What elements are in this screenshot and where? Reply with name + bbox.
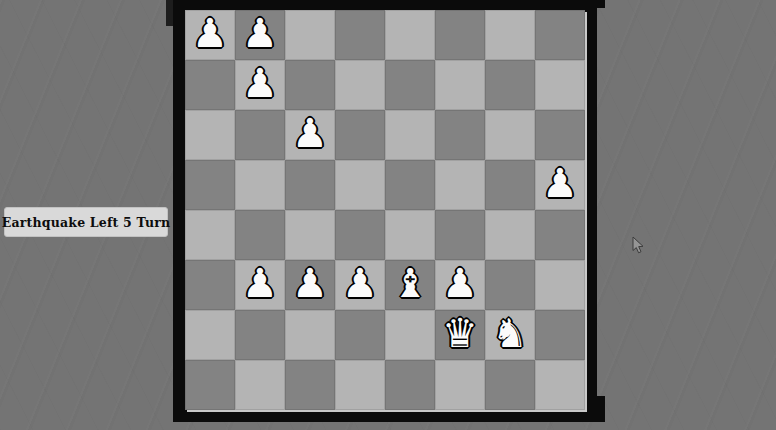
square-d8[interactable] bbox=[335, 10, 385, 60]
chess-board: ♟♟♟♟♟♟♟♟♝♟♛♞ bbox=[185, 10, 585, 410]
square-a2[interactable] bbox=[185, 310, 235, 360]
square-d5[interactable] bbox=[335, 160, 385, 210]
square-c2[interactable] bbox=[285, 310, 335, 360]
square-f7[interactable] bbox=[435, 60, 485, 110]
square-f3[interactable]: ♟ bbox=[435, 260, 485, 310]
square-e2[interactable] bbox=[385, 310, 435, 360]
square-h7[interactable] bbox=[535, 60, 585, 110]
square-b6[interactable] bbox=[235, 110, 285, 160]
frame-corner-step-top-right bbox=[597, 0, 605, 8]
square-g5[interactable] bbox=[485, 160, 535, 210]
square-g8[interactable] bbox=[485, 10, 535, 60]
square-a7[interactable] bbox=[185, 60, 235, 110]
square-a4[interactable] bbox=[185, 210, 235, 260]
square-h8[interactable] bbox=[535, 10, 585, 60]
square-c5[interactable] bbox=[285, 160, 335, 210]
square-a1[interactable] bbox=[185, 360, 235, 410]
square-h4[interactable] bbox=[535, 210, 585, 260]
square-d3[interactable]: ♟ bbox=[335, 260, 385, 310]
square-c7[interactable] bbox=[285, 60, 335, 110]
piece-white-pawn-c6[interactable]: ♟ bbox=[292, 113, 328, 153]
square-h5[interactable]: ♟ bbox=[535, 160, 585, 210]
square-b7[interactable]: ♟ bbox=[235, 60, 285, 110]
square-c4[interactable] bbox=[285, 210, 335, 260]
square-g7[interactable] bbox=[485, 60, 535, 110]
square-h1[interactable] bbox=[535, 360, 585, 410]
square-d4[interactable] bbox=[335, 210, 385, 260]
square-c8[interactable] bbox=[285, 10, 335, 60]
square-c3[interactable]: ♟ bbox=[285, 260, 335, 310]
square-e7[interactable] bbox=[385, 60, 435, 110]
square-h6[interactable] bbox=[535, 110, 585, 160]
square-g3[interactable] bbox=[485, 260, 535, 310]
frame-corner-step-top-left bbox=[166, 0, 173, 26]
piece-white-pawn-c3[interactable]: ♟ bbox=[292, 263, 328, 303]
square-f5[interactable] bbox=[435, 160, 485, 210]
piece-white-pawn-b8[interactable]: ♟ bbox=[242, 13, 278, 53]
square-g1[interactable] bbox=[485, 360, 535, 410]
square-b4[interactable] bbox=[235, 210, 285, 260]
square-a5[interactable] bbox=[185, 160, 235, 210]
square-d6[interactable] bbox=[335, 110, 385, 160]
square-d2[interactable] bbox=[335, 310, 385, 360]
square-d7[interactable] bbox=[335, 60, 385, 110]
square-b1[interactable] bbox=[235, 360, 285, 410]
piece-white-pawn-b7[interactable]: ♟ bbox=[242, 63, 278, 103]
square-a8[interactable]: ♟ bbox=[185, 10, 235, 60]
square-a3[interactable] bbox=[185, 260, 235, 310]
square-f6[interactable] bbox=[435, 110, 485, 160]
piece-white-pawn-b3[interactable]: ♟ bbox=[242, 263, 278, 303]
square-g6[interactable] bbox=[485, 110, 535, 160]
square-e1[interactable] bbox=[385, 360, 435, 410]
square-c1[interactable] bbox=[285, 360, 335, 410]
square-a6[interactable] bbox=[185, 110, 235, 160]
square-c6[interactable]: ♟ bbox=[285, 110, 335, 160]
piece-white-queen-f2[interactable]: ♛ bbox=[442, 313, 478, 353]
square-g4[interactable] bbox=[485, 210, 535, 260]
piece-white-pawn-h5[interactable]: ♟ bbox=[542, 163, 578, 203]
square-f4[interactable] bbox=[435, 210, 485, 260]
board-frame: ♟♟♟♟♟♟♟♟♝♟♛♞ bbox=[173, 0, 597, 422]
square-b8[interactable]: ♟ bbox=[235, 10, 285, 60]
square-e6[interactable] bbox=[385, 110, 435, 160]
mouse-cursor-icon bbox=[632, 236, 645, 254]
earthquake-status-label: Earthquake Left 5 Turn bbox=[4, 207, 168, 237]
square-e8[interactable] bbox=[385, 10, 435, 60]
square-b3[interactable]: ♟ bbox=[235, 260, 285, 310]
square-f2[interactable]: ♛ bbox=[435, 310, 485, 360]
square-b2[interactable] bbox=[235, 310, 285, 360]
square-h3[interactable] bbox=[535, 260, 585, 310]
square-d1[interactable] bbox=[335, 360, 385, 410]
piece-white-pawn-a8[interactable]: ♟ bbox=[192, 13, 228, 53]
square-e3[interactable]: ♝ bbox=[385, 260, 435, 310]
piece-white-pawn-d3[interactable]: ♟ bbox=[342, 263, 378, 303]
square-g2[interactable]: ♞ bbox=[485, 310, 535, 360]
frame-corner-step-bottom-right bbox=[597, 396, 605, 422]
square-e4[interactable] bbox=[385, 210, 435, 260]
square-h2[interactable] bbox=[535, 310, 585, 360]
square-b5[interactable] bbox=[235, 160, 285, 210]
square-f1[interactable] bbox=[435, 360, 485, 410]
piece-white-bishop-e3[interactable]: ♝ bbox=[392, 263, 428, 303]
piece-white-knight-g2[interactable]: ♞ bbox=[492, 313, 528, 353]
piece-white-pawn-f3[interactable]: ♟ bbox=[442, 263, 478, 303]
square-f8[interactable] bbox=[435, 10, 485, 60]
square-e5[interactable] bbox=[385, 160, 435, 210]
